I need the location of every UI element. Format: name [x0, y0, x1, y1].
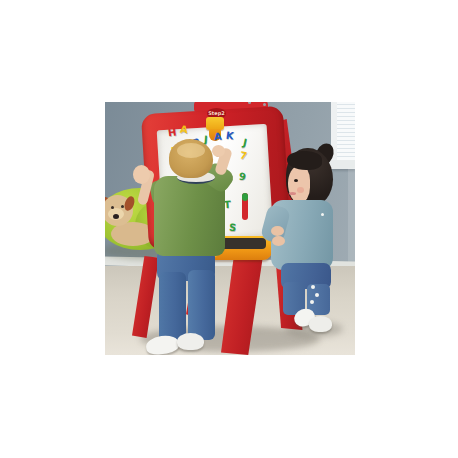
puppy-nose — [113, 214, 119, 219]
girl-eye — [294, 179, 298, 182]
boy-hair-highlight — [177, 143, 205, 158]
girl-shoe — [309, 316, 332, 332]
hinge-pin — [248, 102, 251, 104]
boy-left-hand — [133, 165, 150, 184]
marker-cap — [242, 193, 248, 201]
window — [331, 102, 355, 168]
puppy-eye — [111, 206, 114, 209]
marker-pen — [242, 193, 248, 220]
window-panes — [337, 102, 355, 165]
jeans-flower-icon — [310, 300, 314, 304]
boy-right-hand — [212, 145, 225, 157]
puppy-eye — [121, 205, 124, 208]
girl-face — [288, 166, 310, 203]
paper-clip-lip — [209, 129, 221, 141]
girl-hand — [272, 236, 285, 246]
jeans-flower-icon — [315, 293, 319, 297]
girl-hand — [271, 226, 284, 236]
hinge-pin — [263, 103, 266, 106]
jeans-flower-icon — [311, 285, 315, 289]
product-photo: Step2 HA2JAKJROQL37O38U9TWTMZS — [105, 102, 355, 355]
girl-bangs — [287, 151, 322, 170]
boy-jeans-left-leg — [159, 272, 186, 342]
girl-shirt-dot — [321, 213, 324, 216]
girl-cheek — [297, 187, 304, 193]
wall-corner-highlight — [348, 168, 355, 264]
boy-jeans-right-leg — [188, 270, 215, 340]
girl-lips — [289, 192, 296, 195]
boy-shoe — [177, 333, 204, 350]
